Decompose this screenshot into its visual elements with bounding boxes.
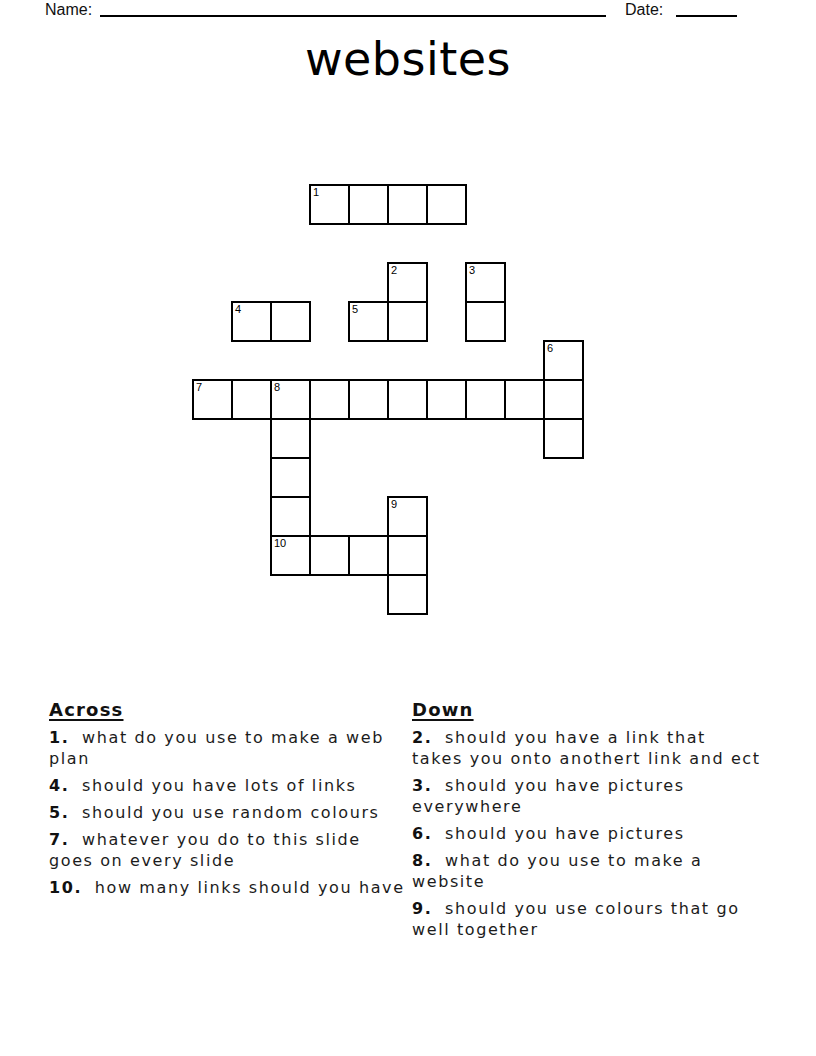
grid-cell-r9c4[interactable] [348, 535, 389, 576]
grid-cell-r3c7[interactable] [465, 301, 506, 342]
across-clues-section: Across 1. what do you use to make a web … [49, 699, 411, 904]
grid-cell-r2c5[interactable]: 2 [387, 262, 428, 303]
clue-text: what do you use to make a website [412, 851, 702, 891]
across-clue-list: 1. what do you use to make a web plan4. … [49, 727, 411, 898]
clue-down-3: 3. should you have pictures everywhere [412, 775, 806, 817]
grid-cell-r3c4[interactable]: 5 [348, 301, 389, 342]
grid-cell-r5c6[interactable] [426, 379, 467, 420]
cell-number-1: 1 [313, 186, 319, 199]
grid-cell-r5c4[interactable] [348, 379, 389, 420]
date-blank-line[interactable] [676, 15, 737, 17]
grid-cell-r5c9[interactable] [543, 379, 584, 420]
clue-text: how many links should you have [95, 878, 405, 897]
clue-text: should you use colours that go well toge… [412, 899, 740, 939]
clue-down-9: 9. should you use colours that go well t… [412, 898, 806, 940]
down-clues-section: Down 2. should you have a link that take… [412, 699, 806, 946]
grid-cell-r0c6[interactable] [426, 184, 467, 225]
clue-number-label: 1. [49, 728, 69, 747]
grid-cell-r5c1[interactable] [231, 379, 272, 420]
crossword-grid: 12345678910 [192, 184, 584, 615]
clue-number-label: 8. [412, 851, 432, 870]
name-label: Name: [45, 0, 92, 20]
grid-cell-r8c2[interactable] [270, 496, 311, 537]
clue-number-label: 10. [49, 878, 82, 897]
grid-cell-r5c7[interactable] [465, 379, 506, 420]
clue-down-2: 2. should you have a link that takes you… [412, 727, 806, 769]
clue-down-8: 8. what do you use to make a website [412, 850, 806, 892]
grid-cell-r4c9[interactable]: 6 [543, 340, 584, 381]
grid-cell-r9c5[interactable] [387, 535, 428, 576]
cell-number-6: 6 [547, 342, 553, 355]
clue-number-label: 5. [49, 803, 69, 822]
clue-text: should you have pictures [445, 824, 685, 843]
across-heading: Across [49, 699, 411, 721]
clue-text: should you have pictures everywhere [412, 776, 685, 816]
down-heading: Down [412, 699, 806, 721]
clue-number-label: 6. [412, 824, 432, 843]
puzzle-title: websites [0, 31, 816, 87]
grid-cell-r9c2[interactable]: 10 [270, 535, 311, 576]
clue-number-label: 3. [412, 776, 432, 795]
grid-cell-r3c2[interactable] [270, 301, 311, 342]
name-blank-line[interactable] [100, 15, 606, 17]
grid-cell-r8c5[interactable]: 9 [387, 496, 428, 537]
clue-across-10: 10. how many links should you have [49, 877, 411, 898]
grid-cell-r3c1[interactable]: 4 [231, 301, 272, 342]
clue-across-5: 5. should you use random colours [49, 802, 411, 823]
clue-across-4: 4. should you have lots of links [49, 775, 411, 796]
grid-cell-r7c2[interactable] [270, 457, 311, 498]
clue-number-label: 4. [49, 776, 69, 795]
grid-cell-r5c0[interactable]: 7 [192, 379, 233, 420]
grid-cell-r5c3[interactable] [309, 379, 350, 420]
grid-cell-r3c5[interactable] [387, 301, 428, 342]
grid-cell-r0c5[interactable] [387, 184, 428, 225]
clue-text: should you have lots of links [82, 776, 356, 795]
clue-text: should you have a link that takes you on… [412, 728, 761, 768]
clue-number-label: 9. [412, 899, 432, 918]
down-clue-list: 2. should you have a link that takes you… [412, 727, 806, 940]
cell-number-10: 10 [274, 537, 286, 550]
grid-cell-r6c2[interactable] [270, 418, 311, 459]
clue-text: whatever you do to this slide goes on ev… [49, 830, 361, 870]
grid-cell-r5c2[interactable]: 8 [270, 379, 311, 420]
clue-across-7: 7. whatever you do to this slide goes on… [49, 829, 411, 871]
clue-down-6: 6. should you have pictures [412, 823, 806, 844]
grid-cell-r5c5[interactable] [387, 379, 428, 420]
cell-number-7: 7 [196, 381, 202, 394]
clue-across-1: 1. what do you use to make a web plan [49, 727, 411, 769]
grid-cell-r5c8[interactable] [504, 379, 545, 420]
grid-cell-r0c3[interactable]: 1 [309, 184, 350, 225]
cell-number-8: 8 [274, 381, 280, 394]
grid-cell-r0c4[interactable] [348, 184, 389, 225]
clue-number-label: 7. [49, 830, 69, 849]
cell-number-4: 4 [235, 303, 241, 316]
date-label: Date: [625, 0, 663, 20]
grid-cell-r9c3[interactable] [309, 535, 350, 576]
cell-number-9: 9 [391, 498, 397, 511]
grid-cell-r6c9[interactable] [543, 418, 584, 459]
grid-cell-r10c5[interactable] [387, 574, 428, 615]
grid-cell-r2c7[interactable]: 3 [465, 262, 506, 303]
clue-number-label: 2. [412, 728, 432, 747]
cell-number-3: 3 [469, 264, 475, 277]
cell-number-5: 5 [352, 303, 358, 316]
clue-text: should you use random colours [82, 803, 379, 822]
clue-text: what do you use to make a web plan [49, 728, 384, 768]
cell-number-2: 2 [391, 264, 397, 277]
